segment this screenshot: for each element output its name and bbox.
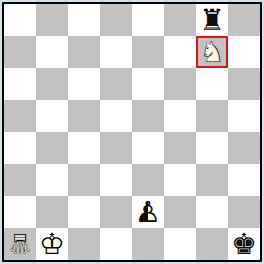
square-e7[interactable] (132, 36, 164, 68)
square-c6[interactable] (68, 68, 100, 100)
square-c7[interactable] (68, 36, 100, 68)
square-e8[interactable] (132, 4, 164, 36)
square-a1[interactable]: ♛♕ (4, 228, 36, 260)
square-c4[interactable] (68, 132, 100, 164)
square-e4[interactable] (132, 132, 164, 164)
square-f5[interactable] (164, 100, 196, 132)
piece-black-rook-g8[interactable]: ♜ (196, 4, 228, 36)
square-h7[interactable] (228, 36, 260, 68)
square-g6[interactable] (196, 68, 228, 100)
white-knight-icon: ♞ (196, 36, 228, 68)
neutral-pawn-icon: ♟ (132, 196, 164, 228)
square-c2[interactable] (68, 196, 100, 228)
chessboard-frame: ♜♞♘♟♙♟♛♕♚♔♚ (2, 2, 262, 262)
square-d8[interactable] (100, 4, 132, 36)
square-b4[interactable] (36, 132, 68, 164)
square-f8[interactable] (164, 4, 196, 36)
square-b1[interactable]: ♚♔ (36, 228, 68, 260)
square-d1[interactable] (100, 228, 132, 260)
square-d7[interactable] (100, 36, 132, 68)
square-f1[interactable] (164, 228, 196, 260)
square-a5[interactable] (4, 100, 36, 132)
square-g2[interactable] (196, 196, 228, 228)
white-grasshopper-icon: ♛ (4, 228, 36, 260)
square-c5[interactable] (68, 100, 100, 132)
square-b6[interactable] (36, 68, 68, 100)
square-f2[interactable] (164, 196, 196, 228)
piece-black-king-h1[interactable]: ♚ (228, 228, 260, 260)
square-c3[interactable] (68, 164, 100, 196)
square-b5[interactable] (36, 100, 68, 132)
square-b7[interactable] (36, 36, 68, 68)
square-b3[interactable] (36, 164, 68, 196)
piece-white-king-b1[interactable]: ♚♔ (36, 228, 68, 260)
square-g1[interactable] (196, 228, 228, 260)
square-d6[interactable] (100, 68, 132, 100)
square-h6[interactable] (228, 68, 260, 100)
square-a7[interactable] (4, 36, 36, 68)
square-g4[interactable] (196, 132, 228, 164)
square-a4[interactable] (4, 132, 36, 164)
square-b2[interactable] (36, 196, 68, 228)
square-f4[interactable] (164, 132, 196, 164)
square-a6[interactable] (4, 68, 36, 100)
black-rook-icon: ♜ (196, 4, 228, 36)
square-d3[interactable] (100, 164, 132, 196)
square-b8[interactable] (36, 4, 68, 36)
square-e5[interactable] (132, 100, 164, 132)
square-d2[interactable] (100, 196, 132, 228)
square-e2[interactable]: ♟♙♟ (132, 196, 164, 228)
square-h1[interactable]: ♚ (228, 228, 260, 260)
square-f7[interactable] (164, 36, 196, 68)
square-g7-highlighted[interactable]: ♞♘ (196, 36, 228, 68)
square-f6[interactable] (164, 68, 196, 100)
white-king-icon: ♚ (36, 228, 68, 260)
square-f3[interactable] (164, 164, 196, 196)
square-a8[interactable] (4, 4, 36, 36)
square-e6[interactable] (132, 68, 164, 100)
square-h3[interactable] (228, 164, 260, 196)
piece-white-knight-g7[interactable]: ♞♘ (196, 36, 228, 68)
square-d4[interactable] (100, 132, 132, 164)
square-c8[interactable] (68, 4, 100, 36)
square-c1[interactable] (68, 228, 100, 260)
square-h4[interactable] (228, 132, 260, 164)
square-d5[interactable] (100, 100, 132, 132)
square-h5[interactable] (228, 100, 260, 132)
piece-white-grasshopper-a1[interactable]: ♛♕ (4, 228, 36, 260)
square-g5[interactable] (196, 100, 228, 132)
chessboard: ♜♞♘♟♙♟♛♕♚♔♚ (4, 4, 260, 260)
square-a2[interactable] (4, 196, 36, 228)
piece-neutral-pawn-e2[interactable]: ♟♙♟ (132, 196, 164, 228)
square-g3[interactable] (196, 164, 228, 196)
square-e1[interactable] (132, 228, 164, 260)
square-g8[interactable]: ♜ (196, 4, 228, 36)
square-h8[interactable] (228, 4, 260, 36)
black-king-icon: ♚ (228, 228, 260, 260)
square-a3[interactable] (4, 164, 36, 196)
square-e3[interactable] (132, 164, 164, 196)
square-h2[interactable] (228, 196, 260, 228)
